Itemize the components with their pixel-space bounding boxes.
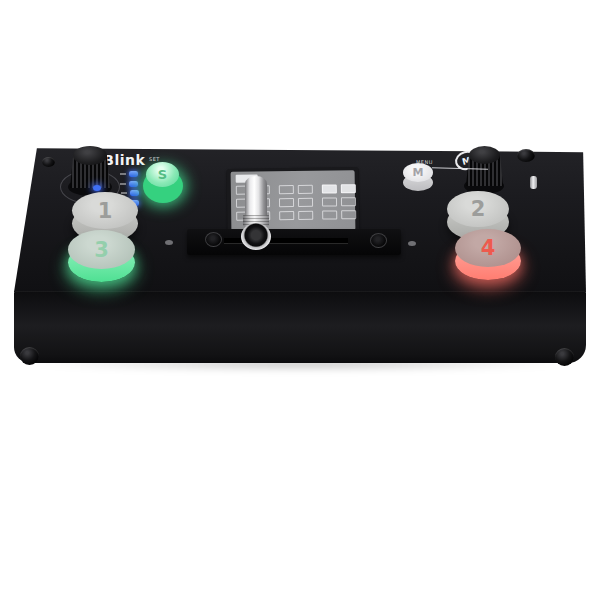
screen-icon-cell bbox=[322, 184, 337, 193]
product-photo: RGBlink SET S M MENU M bbox=[0, 0, 600, 600]
tbar-barrel[interactable] bbox=[245, 176, 267, 220]
status-led-2 bbox=[129, 181, 138, 187]
knob-led bbox=[93, 185, 101, 191]
tbar-handle[interactable] bbox=[241, 176, 271, 250]
top-left-screw bbox=[42, 157, 55, 167]
right-knob-cap[interactable] bbox=[469, 146, 500, 164]
screen-icon-cell bbox=[341, 210, 356, 219]
screen-icon-cell bbox=[279, 211, 294, 220]
tbar-plate bbox=[187, 229, 401, 255]
tbar-plate-screw-right bbox=[370, 233, 387, 248]
screen-icon-cell bbox=[322, 210, 337, 219]
screen-icon-cell bbox=[279, 198, 294, 207]
screen-icon-group bbox=[279, 185, 313, 220]
source-button-2[interactable]: 2 bbox=[447, 191, 509, 227]
tbar-plate-screw-left bbox=[205, 232, 222, 247]
panel-standoff-pin bbox=[530, 176, 537, 189]
screen-icon-cell bbox=[298, 211, 313, 220]
source-button-4-face[interactable]: 4 bbox=[455, 229, 521, 267]
screen-icon-group bbox=[322, 184, 356, 219]
led-label-2 bbox=[120, 183, 126, 185]
status-led-1 bbox=[129, 171, 138, 177]
source-button-3[interactable]: 3 bbox=[68, 230, 135, 269]
front-right-screw bbox=[555, 348, 574, 366]
source-button-1[interactable]: 1 bbox=[72, 192, 138, 229]
panel-dot-right bbox=[408, 241, 416, 246]
rear-corner-screw bbox=[517, 149, 535, 162]
screen-icon-cell bbox=[298, 198, 313, 207]
tbar-endcap bbox=[241, 223, 271, 250]
s-button[interactable]: S bbox=[146, 162, 179, 187]
screen-icon-cell bbox=[341, 197, 356, 206]
m-button-caption: MENU bbox=[416, 159, 433, 165]
panel-dot-left bbox=[165, 240, 173, 245]
screen-icon-cell bbox=[322, 197, 337, 206]
source-button-1-face[interactable]: 1 bbox=[72, 192, 138, 229]
source-button-2-face[interactable]: 2 bbox=[447, 191, 509, 227]
device-front-face bbox=[14, 291, 586, 363]
source-button-4[interactable]: 4 bbox=[455, 229, 521, 267]
screen-icon-cell bbox=[279, 185, 294, 194]
led-label-1 bbox=[120, 173, 126, 175]
source-button-3-face[interactable]: 3 bbox=[68, 230, 135, 269]
screen-icon-cell bbox=[341, 184, 356, 193]
left-knob-cap[interactable] bbox=[73, 146, 107, 165]
screen-icon-cell bbox=[298, 185, 313, 194]
front-left-screw bbox=[20, 347, 39, 365]
m-button[interactable]: M bbox=[403, 163, 433, 182]
s-button-caption: SET bbox=[149, 156, 160, 162]
